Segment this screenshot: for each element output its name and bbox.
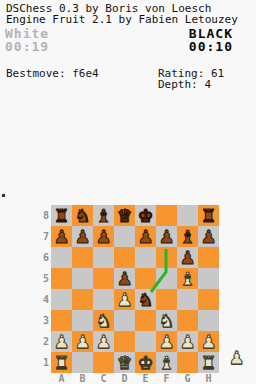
square-g6[interactable]: ♟ <box>177 247 198 268</box>
rating-value: 61 <box>211 67 224 80</box>
piece-black-pawn-c7: ♟ <box>93 226 114 247</box>
piece-black-pawn-e7: ♟ <box>135 226 156 247</box>
square-h3[interactable] <box>198 310 219 331</box>
white-clock-time: 00:19 <box>5 41 49 53</box>
square-a2[interactable]: ♟ <box>51 331 72 352</box>
file-label-c: C <box>93 373 114 384</box>
square-a5[interactable] <box>51 268 72 289</box>
square-a3[interactable] <box>51 310 72 331</box>
depth-readout: Depth: 4 <box>158 79 211 90</box>
square-a7[interactable]: ♟ <box>51 226 72 247</box>
square-c2[interactable]: ♟ <box>93 331 114 352</box>
rank-label-4: 4 <box>38 289 49 310</box>
square-f6[interactable] <box>156 247 177 268</box>
app-title-line2: Engine Fruit 2.1 by Fabien Letouzey <box>6 14 238 25</box>
square-h2[interactable]: ♟ <box>198 331 219 352</box>
square-g4[interactable] <box>177 289 198 310</box>
piece-white-pawn-h2: ♟ <box>198 331 219 352</box>
piece-black-pawn-a7: ♟ <box>51 226 72 247</box>
square-b1[interactable] <box>72 352 93 373</box>
square-g1[interactable] <box>177 352 198 373</box>
piece-white-bishop-g5: ♝ <box>177 268 198 289</box>
square-f1[interactable]: ♝ <box>156 352 177 373</box>
file-label-e: E <box>135 373 156 384</box>
file-label-g: G <box>177 373 198 384</box>
square-b4[interactable] <box>72 289 93 310</box>
piece-black-bishop-g7: ♝ <box>177 226 198 247</box>
square-d2[interactable] <box>114 331 135 352</box>
piece-white-rook-h1: ♜ <box>198 352 219 373</box>
piece-white-pawn-b2: ♟ <box>72 331 93 352</box>
bestmove-label: Bestmove: <box>6 67 66 80</box>
piece-white-pawn-f2: ♟ <box>156 331 177 352</box>
board[interactable]: ♜♞♝♛♚♜♟♟♟♟♟♝♟♟♟♝♟♞♞♞♟♟♟♟♟♟♜♛♚♝♜ <box>51 205 219 373</box>
square-f4[interactable] <box>156 289 177 310</box>
piece-black-knight-e4: ♞ <box>135 289 156 310</box>
piece-black-pawn-h7: ♟ <box>198 226 219 247</box>
square-d4[interactable]: ♟ <box>114 289 135 310</box>
square-g8[interactable] <box>177 205 198 226</box>
piece-black-king-e8: ♚ <box>135 205 156 226</box>
square-g5[interactable]: ♝ <box>177 268 198 289</box>
square-b2[interactable]: ♟ <box>72 331 93 352</box>
square-b5[interactable] <box>72 268 93 289</box>
bestmove-readout: Bestmove: f6e4 <box>6 68 99 79</box>
square-b8[interactable]: ♞ <box>72 205 93 226</box>
square-b6[interactable] <box>72 247 93 268</box>
piece-black-rook-h8: ♜ <box>198 205 219 226</box>
cursor-dot <box>2 194 5 197</box>
piece-black-pawn-g6: ♟ <box>177 247 198 268</box>
square-e3[interactable] <box>135 310 156 331</box>
file-label-b: B <box>72 373 93 384</box>
square-a1[interactable]: ♜ <box>51 352 72 373</box>
square-h4[interactable] <box>198 289 219 310</box>
square-f5[interactable] <box>156 268 177 289</box>
piece-white-pawn-d4: ♟ <box>114 289 135 310</box>
square-b7[interactable]: ♟ <box>72 226 93 247</box>
captured-white-pawn: ♟ <box>226 347 247 368</box>
square-c3[interactable]: ♞ <box>93 310 114 331</box>
piece-white-queen-d1: ♛ <box>114 352 135 373</box>
square-c5[interactable] <box>93 268 114 289</box>
square-h6[interactable] <box>198 247 219 268</box>
piece-white-king-e1: ♚ <box>135 352 156 373</box>
square-d5[interactable]: ♟ <box>114 268 135 289</box>
square-a4[interactable] <box>51 289 72 310</box>
piece-black-knight-b8: ♞ <box>72 205 93 226</box>
square-h1[interactable]: ♜ <box>198 352 219 373</box>
piece-black-bishop-c8: ♝ <box>93 205 114 226</box>
square-d6[interactable] <box>114 247 135 268</box>
piece-black-queen-d8: ♛ <box>114 205 135 226</box>
piece-black-pawn-d5: ♟ <box>114 268 135 289</box>
square-d1[interactable]: ♛ <box>114 352 135 373</box>
square-a6[interactable] <box>51 247 72 268</box>
rank-label-1: 1 <box>38 352 49 373</box>
square-f7[interactable]: ♟ <box>156 226 177 247</box>
rank-label-8: 8 <box>38 205 49 226</box>
square-e8[interactable]: ♚ <box>135 205 156 226</box>
piece-black-pawn-b7: ♟ <box>72 226 93 247</box>
square-h5[interactable] <box>198 268 219 289</box>
black-clock-time: 00:10 <box>189 41 233 53</box>
square-d3[interactable] <box>114 310 135 331</box>
rank-label-6: 6 <box>38 247 49 268</box>
square-h7[interactable]: ♟ <box>198 226 219 247</box>
depth-label: Depth: <box>158 78 198 91</box>
square-d8[interactable]: ♛ <box>114 205 135 226</box>
piece-white-pawn-c2: ♟ <box>93 331 114 352</box>
square-e7[interactable]: ♟ <box>135 226 156 247</box>
rank-label-7: 7 <box>38 226 49 247</box>
piece-white-knight-c3: ♞ <box>93 310 114 331</box>
piece-black-rook-a8: ♜ <box>51 205 72 226</box>
file-label-f: F <box>156 373 177 384</box>
piece-white-rook-a1: ♜ <box>51 352 72 373</box>
square-f8[interactable] <box>156 205 177 226</box>
piece-white-bishop-f1: ♝ <box>156 352 177 373</box>
square-c7[interactable]: ♟ <box>93 226 114 247</box>
ds-screens: DSChess 0.3 by Boris von Loesch Engine F… <box>0 0 256 384</box>
captured-tray: ♟ <box>226 347 247 368</box>
file-label-h: H <box>198 373 219 384</box>
depth-value: 4 <box>204 78 211 91</box>
square-c4[interactable] <box>93 289 114 310</box>
file-label-d: D <box>114 373 135 384</box>
square-c1[interactable] <box>93 352 114 373</box>
rank-label-2: 2 <box>38 331 49 352</box>
square-g3[interactable] <box>177 310 198 331</box>
file-label-a: A <box>51 373 72 384</box>
rank-label-5: 5 <box>38 268 49 289</box>
piece-black-pawn-f7: ♟ <box>156 226 177 247</box>
file-labels: ABCDEFGH <box>51 373 219 384</box>
square-e4[interactable]: ♞ <box>135 289 156 310</box>
square-c8[interactable]: ♝ <box>93 205 114 226</box>
square-d7[interactable] <box>114 226 135 247</box>
square-c6[interactable] <box>93 247 114 268</box>
piece-white-knight-f3: ♞ <box>156 310 177 331</box>
square-g2[interactable]: ♟ <box>177 331 198 352</box>
square-h8[interactable]: ♜ <box>198 205 219 226</box>
piece-white-pawn-g2: ♟ <box>177 331 198 352</box>
square-e2[interactable] <box>135 331 156 352</box>
square-f2[interactable]: ♟ <box>156 331 177 352</box>
rank-label-3: 3 <box>38 310 49 331</box>
square-e6[interactable] <box>135 247 156 268</box>
square-b3[interactable] <box>72 310 93 331</box>
bestmove-value: f6e4 <box>72 67 99 80</box>
piece-white-pawn-a2: ♟ <box>51 331 72 352</box>
square-g7[interactable]: ♝ <box>177 226 198 247</box>
square-e5[interactable] <box>135 268 156 289</box>
square-a8[interactable]: ♜ <box>51 205 72 226</box>
square-e1[interactable]: ♚ <box>135 352 156 373</box>
square-f3[interactable]: ♞ <box>156 310 177 331</box>
